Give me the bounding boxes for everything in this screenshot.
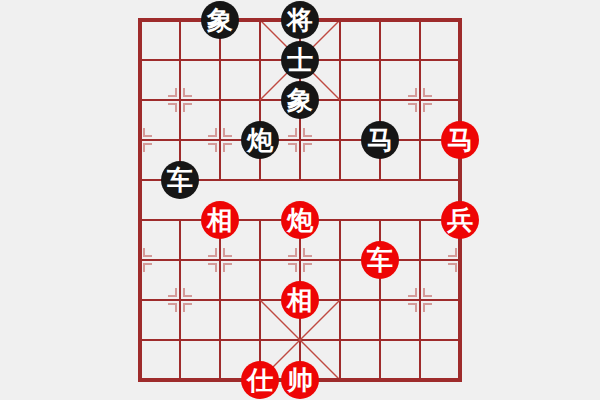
red-soldier[interactable]: 兵 xyxy=(441,201,479,239)
red-elephant[interactable]: 相 xyxy=(201,201,239,239)
red-cannon[interactable]: 炮 xyxy=(281,201,319,239)
black-general[interactable]: 将 xyxy=(281,1,319,39)
black-cannon[interactable]: 炮 xyxy=(241,121,279,159)
xiangqi-app: 象将士象炮马马车相炮兵车相仕帅 xyxy=(0,0,600,400)
black-chariot[interactable]: 车 xyxy=(161,161,199,199)
black-horse[interactable]: 马 xyxy=(361,121,399,159)
red-advisor[interactable]: 仕 xyxy=(241,361,279,399)
black-advisor[interactable]: 士 xyxy=(281,41,319,79)
red-chariot[interactable]: 车 xyxy=(361,241,399,279)
black-elephant[interactable]: 象 xyxy=(201,1,239,39)
red-general[interactable]: 帅 xyxy=(281,361,319,399)
piece-layer: 象将士象炮马马车相炮兵车相仕帅 xyxy=(120,0,480,400)
red-horse[interactable]: 马 xyxy=(441,121,479,159)
red-elephant[interactable]: 相 xyxy=(281,281,319,319)
black-elephant[interactable]: 象 xyxy=(281,81,319,119)
